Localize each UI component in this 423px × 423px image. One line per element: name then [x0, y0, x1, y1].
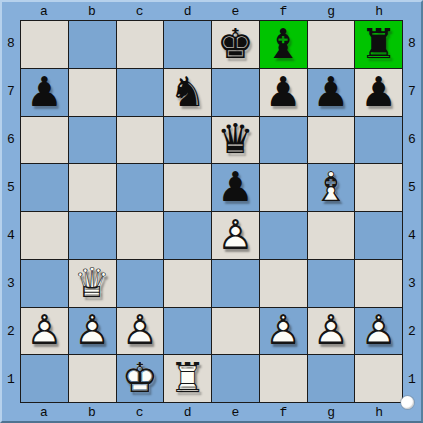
rank-labels-right: 87654321 — [403, 20, 421, 403]
square-c4[interactable] — [117, 212, 164, 259]
rank-labels-left: 87654321 — [2, 20, 20, 403]
file-label-a: a — [20, 403, 68, 421]
square-e2[interactable] — [212, 308, 259, 355]
rank-label-2: 2 — [2, 307, 20, 355]
piece-white-pawn[interactable]: ♟♙ — [21, 308, 68, 355]
square-a6[interactable] — [21, 117, 68, 164]
square-a3[interactable] — [21, 260, 68, 307]
square-b6[interactable] — [69, 117, 116, 164]
piece-glyph: ♜ — [355, 21, 402, 68]
piece-glyph: ♛ — [212, 117, 259, 164]
square-a1[interactable] — [21, 355, 68, 402]
rank-label-3: 3 — [403, 259, 421, 307]
square-c1[interactable]: ♚♔ — [117, 355, 164, 402]
rank-label-5: 5 — [2, 164, 20, 212]
square-e4[interactable]: ♟♙ — [212, 212, 259, 259]
piece-glyph: ♝ — [260, 21, 307, 68]
square-g1[interactable] — [308, 355, 355, 402]
piece-glyph: ♚ — [212, 21, 259, 68]
file-label-e: e — [212, 2, 260, 20]
square-b3[interactable]: ♛♕ — [69, 260, 116, 307]
square-c2[interactable]: ♟♙ — [117, 308, 164, 355]
square-d6[interactable] — [164, 117, 211, 164]
piece-black-pawn[interactable]: ♟ — [308, 69, 355, 116]
square-g5[interactable]: ♝♗ — [308, 164, 355, 211]
piece-outline-glyph: ♙ — [260, 308, 307, 355]
square-d7[interactable]: ♞ — [164, 69, 211, 116]
piece-glyph: ♟ — [355, 69, 402, 116]
piece-black-queen[interactable]: ♛ — [212, 117, 259, 164]
piece-white-pawn[interactable]: ♟♙ — [308, 308, 355, 355]
file-label-g: g — [307, 403, 355, 421]
piece-black-bishop[interactable]: ♝ — [260, 21, 307, 68]
square-g3[interactable] — [308, 260, 355, 307]
piece-glyph: ♟ — [260, 69, 307, 116]
square-f2[interactable]: ♟♙ — [260, 308, 307, 355]
square-a7[interactable]: ♟ — [21, 69, 68, 116]
square-h7[interactable]: ♟ — [355, 69, 402, 116]
file-label-c: c — [116, 403, 164, 421]
square-c5[interactable] — [117, 164, 164, 211]
piece-outline-glyph: ♙ — [355, 308, 402, 355]
piece-black-pawn[interactable]: ♟ — [355, 69, 402, 116]
square-h5[interactable] — [355, 164, 402, 211]
square-d8[interactable] — [164, 21, 211, 68]
square-e8[interactable]: ♚ — [212, 21, 259, 68]
square-f5[interactable] — [260, 164, 307, 211]
square-f1[interactable] — [260, 355, 307, 402]
square-g2[interactable]: ♟♙ — [308, 308, 355, 355]
piece-outline-glyph: ♕ — [69, 260, 116, 307]
piece-outline-glyph: ♖ — [164, 355, 211, 402]
piece-white-pawn[interactable]: ♟♙ — [260, 308, 307, 355]
file-label-d: d — [164, 403, 212, 421]
square-d2[interactable] — [164, 308, 211, 355]
piece-white-pawn[interactable]: ♟♙ — [355, 308, 402, 355]
piece-white-king[interactable]: ♚♔ — [117, 355, 164, 402]
square-c8[interactable] — [117, 21, 164, 68]
rank-label-1: 1 — [2, 355, 20, 403]
rank-label-8: 8 — [403, 20, 421, 68]
square-d5[interactable] — [164, 164, 211, 211]
square-c6[interactable] — [117, 117, 164, 164]
square-c7[interactable] — [117, 69, 164, 116]
rank-label-8: 8 — [2, 20, 20, 68]
square-g8[interactable] — [308, 21, 355, 68]
piece-white-queen[interactable]: ♛♕ — [69, 260, 116, 307]
file-labels-bottom: abcdefgh — [20, 403, 403, 421]
square-h2[interactable]: ♟♙ — [355, 308, 402, 355]
square-b1[interactable] — [69, 355, 116, 402]
file-label-b: b — [68, 403, 116, 421]
rank-label-4: 4 — [403, 212, 421, 260]
piece-black-rook[interactable]: ♜ — [355, 21, 402, 68]
square-d3[interactable] — [164, 260, 211, 307]
piece-black-pawn[interactable]: ♟ — [212, 164, 259, 211]
chess-board-frame: abcdefgh abcdefgh 87654321 87654321 ♚♝♜♟… — [0, 0, 423, 423]
square-e7[interactable] — [212, 69, 259, 116]
square-f7[interactable]: ♟ — [260, 69, 307, 116]
square-b7[interactable] — [69, 69, 116, 116]
square-a4[interactable] — [21, 212, 68, 259]
square-g4[interactable] — [308, 212, 355, 259]
file-labels-top: abcdefgh — [20, 2, 403, 20]
piece-outline-glyph: ♙ — [308, 308, 355, 355]
square-f3[interactable] — [260, 260, 307, 307]
square-e6[interactable]: ♛ — [212, 117, 259, 164]
square-g6[interactable] — [308, 117, 355, 164]
file-label-h: h — [355, 2, 403, 20]
square-d4[interactable] — [164, 212, 211, 259]
rank-label-7: 7 — [403, 68, 421, 116]
piece-black-king[interactable]: ♚ — [212, 21, 259, 68]
piece-outline-glyph: ♔ — [117, 355, 164, 402]
square-h1[interactable] — [355, 355, 402, 402]
rank-label-6: 6 — [2, 116, 20, 164]
file-label-d: d — [164, 2, 212, 20]
rank-label-3: 3 — [2, 259, 20, 307]
file-label-c: c — [116, 2, 164, 20]
piece-outline-glyph: ♙ — [21, 308, 68, 355]
piece-glyph: ♟ — [212, 164, 259, 211]
piece-glyph: ♟ — [21, 69, 68, 116]
piece-glyph: ♞ — [164, 69, 211, 116]
rank-label-4: 4 — [2, 212, 20, 260]
file-label-h: h — [355, 403, 403, 421]
piece-white-rook[interactable]: ♜♖ — [164, 355, 211, 402]
white-to-move-indicator — [401, 396, 414, 409]
piece-black-pawn[interactable]: ♟ — [260, 69, 307, 116]
square-e5[interactable]: ♟ — [212, 164, 259, 211]
square-h3[interactable] — [355, 260, 402, 307]
square-a2[interactable]: ♟♙ — [21, 308, 68, 355]
square-f6[interactable] — [260, 117, 307, 164]
square-h8[interactable]: ♜ — [355, 21, 402, 68]
square-b5[interactable] — [69, 164, 116, 211]
file-label-b: b — [68, 2, 116, 20]
piece-outline-glyph: ♙ — [69, 308, 116, 355]
file-label-a: a — [20, 2, 68, 20]
piece-glyph: ♟ — [308, 69, 355, 116]
square-e1[interactable] — [212, 355, 259, 402]
piece-white-bishop[interactable]: ♝♗ — [308, 164, 355, 211]
file-label-f: f — [259, 403, 307, 421]
piece-white-pawn[interactable]: ♟♙ — [117, 308, 164, 355]
file-label-e: e — [212, 403, 260, 421]
rank-label-2: 2 — [403, 307, 421, 355]
piece-white-pawn[interactable]: ♟♙ — [69, 308, 116, 355]
square-a8[interactable] — [21, 21, 68, 68]
rank-label-6: 6 — [403, 116, 421, 164]
square-d1[interactable]: ♜♖ — [164, 355, 211, 402]
piece-black-pawn[interactable]: ♟ — [21, 69, 68, 116]
piece-white-pawn[interactable]: ♟♙ — [212, 212, 259, 259]
square-a5[interactable] — [21, 164, 68, 211]
board: ♚♝♜♟♞♟♟♟♛♟♝♗♟♙♛♕♟♙♟♙♟♙♟♙♟♙♟♙♚♔♜♖ — [20, 20, 403, 403]
file-label-g: g — [307, 2, 355, 20]
square-f4[interactable] — [260, 212, 307, 259]
square-f8[interactable]: ♝ — [260, 21, 307, 68]
square-h4[interactable] — [355, 212, 402, 259]
square-b4[interactable] — [69, 212, 116, 259]
rank-label-7: 7 — [2, 68, 20, 116]
square-b8[interactable] — [69, 21, 116, 68]
square-h6[interactable] — [355, 117, 402, 164]
piece-outline-glyph: ♗ — [308, 164, 355, 211]
piece-outline-glyph: ♙ — [117, 308, 164, 355]
rank-label-5: 5 — [403, 164, 421, 212]
square-g7[interactable]: ♟ — [308, 69, 355, 116]
file-label-f: f — [259, 2, 307, 20]
piece-black-knight[interactable]: ♞ — [164, 69, 211, 116]
square-e3[interactable] — [212, 260, 259, 307]
square-c3[interactable] — [117, 260, 164, 307]
square-b2[interactable]: ♟♙ — [69, 308, 116, 355]
piece-outline-glyph: ♙ — [212, 212, 259, 259]
